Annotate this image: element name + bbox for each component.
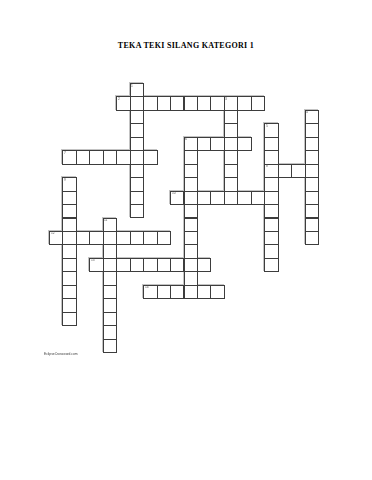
- clue-number: 13: [91, 258, 95, 261]
- crossword-cell[interactable]: [210, 191, 224, 205]
- page-title: TEKA TEKI SILANG KATEGORI 1: [0, 41, 372, 50]
- crossword-cell[interactable]: [157, 258, 171, 272]
- crossword-cell[interactable]: [89, 150, 103, 164]
- crossword-cell[interactable]: [130, 258, 144, 272]
- crossword-cell[interactable]: [305, 231, 319, 245]
- crossword-cell[interactable]: 11: [103, 218, 117, 232]
- crossword-cell[interactable]: [62, 298, 76, 312]
- crossword-cell[interactable]: [157, 231, 171, 245]
- crossword-cell[interactable]: [62, 218, 76, 232]
- crossword-cell[interactable]: 1: [130, 83, 144, 97]
- crossword-cell[interactable]: [278, 164, 292, 178]
- crossword-cell[interactable]: [291, 164, 305, 178]
- crossword-cell[interactable]: [62, 231, 76, 245]
- crossword-cell[interactable]: [116, 258, 130, 272]
- crossword-cell[interactable]: [305, 137, 319, 151]
- crossword-cell[interactable]: [184, 285, 198, 299]
- crossword-cell[interactable]: [210, 285, 224, 299]
- crossword-cell[interactable]: [62, 204, 76, 218]
- crossword-cell[interactable]: [76, 150, 90, 164]
- crossword-cell[interactable]: [103, 285, 117, 299]
- crossword-cell[interactable]: [197, 258, 211, 272]
- crossword-cell[interactable]: [157, 96, 171, 110]
- clue-number: 4: [306, 110, 308, 113]
- clue-number: 6: [185, 137, 187, 140]
- crossword-cell[interactable]: [184, 204, 198, 218]
- clue-number: 3: [225, 97, 227, 100]
- crossword-cell[interactable]: [103, 339, 117, 353]
- crossword-cell[interactable]: 5: [264, 123, 278, 137]
- crossword-cell[interactable]: 7: [62, 150, 76, 164]
- crossword-cell[interactable]: [184, 244, 198, 258]
- crossword-cell[interactable]: [264, 204, 278, 218]
- crossword-cell[interactable]: [62, 271, 76, 285]
- crossword-cell[interactable]: 12: [49, 231, 63, 245]
- crossword-cell[interactable]: [224, 191, 238, 205]
- crossword-cell[interactable]: 6: [184, 137, 198, 151]
- clue-number: 5: [266, 124, 268, 127]
- crossword-cell[interactable]: [264, 150, 278, 164]
- crossword-cell[interactable]: [170, 258, 184, 272]
- clue-number: 7: [64, 151, 66, 154]
- crossword-cell[interactable]: [184, 271, 198, 285]
- crossword-cell[interactable]: 10: [170, 191, 184, 205]
- crossword-cell[interactable]: [264, 191, 278, 205]
- crossword-cell[interactable]: [143, 96, 157, 110]
- crossword-cell[interactable]: [184, 258, 198, 272]
- crossword-cell[interactable]: 2: [116, 96, 130, 110]
- crossword-cell[interactable]: [62, 285, 76, 299]
- crossword-cell[interactable]: 3: [224, 96, 238, 110]
- crossword-cell[interactable]: [130, 191, 144, 205]
- crossword-cell[interactable]: [184, 164, 198, 178]
- crossword-cell[interactable]: [184, 231, 198, 245]
- clue-number: 9: [64, 178, 66, 181]
- crossword-cell[interactable]: [305, 164, 319, 178]
- crossword-cell[interactable]: [251, 96, 265, 110]
- clue-number: 1: [131, 84, 133, 87]
- clue-number: 2: [118, 97, 120, 100]
- crossword-cell[interactable]: [305, 218, 319, 232]
- crossword-cell[interactable]: [130, 137, 144, 151]
- crossword-cell[interactable]: [130, 110, 144, 124]
- crossword-cell[interactable]: [305, 150, 319, 164]
- crossword-cell[interactable]: [170, 285, 184, 299]
- crossword-cell[interactable]: [184, 150, 198, 164]
- crossword-cell[interactable]: [130, 123, 144, 137]
- crossword-cell[interactable]: [184, 177, 198, 191]
- crossword-cell[interactable]: [103, 231, 117, 245]
- crossword-cell[interactable]: [130, 204, 144, 218]
- crossword-cell[interactable]: [103, 258, 117, 272]
- clue-number: 14: [145, 285, 149, 288]
- crossword-cell[interactable]: [103, 271, 117, 285]
- crossword-cell[interactable]: [116, 150, 130, 164]
- crossword-cell[interactable]: [305, 204, 319, 218]
- attribution-text: EclipseCrossword.com: [44, 352, 78, 355]
- crossword-cell[interactable]: [264, 258, 278, 272]
- crossword-cell[interactable]: [224, 150, 238, 164]
- crossword-cell[interactable]: [197, 191, 211, 205]
- clue-number: 10: [172, 191, 176, 194]
- crossword-cell[interactable]: [62, 258, 76, 272]
- clue-number: 12: [51, 231, 55, 234]
- crossword-cell[interactable]: [130, 150, 144, 164]
- crossword-cell[interactable]: [224, 110, 238, 124]
- crossword-cell[interactable]: [237, 191, 251, 205]
- crossword-cell[interactable]: [264, 177, 278, 191]
- crossword-cell[interactable]: [62, 244, 76, 258]
- crossword-cell[interactable]: [264, 244, 278, 258]
- crossword-cell[interactable]: [224, 164, 238, 178]
- crossword-cell[interactable]: [305, 191, 319, 205]
- crossword-cell[interactable]: [130, 96, 144, 110]
- crossword-cell[interactable]: [264, 137, 278, 151]
- crossword-cell[interactable]: [143, 150, 157, 164]
- crossword-cell[interactable]: [224, 177, 238, 191]
- crossword-cell[interactable]: [210, 96, 224, 110]
- crossword-cell[interactable]: [224, 123, 238, 137]
- crossword-cell[interactable]: [76, 231, 90, 245]
- crossword-cell[interactable]: [130, 231, 144, 245]
- crossword-cell[interactable]: [130, 164, 144, 178]
- crossword-cell[interactable]: [103, 325, 117, 339]
- crossword-cell[interactable]: [197, 285, 211, 299]
- crossword-cell[interactable]: [184, 96, 198, 110]
- crossword-cell[interactable]: [116, 231, 130, 245]
- clue-number: 8: [266, 164, 268, 167]
- crossword-cell[interactable]: 13: [89, 258, 103, 272]
- crossword-cell[interactable]: 9: [62, 177, 76, 191]
- crossword-cell[interactable]: [264, 218, 278, 232]
- crossword-cell[interactable]: [103, 150, 117, 164]
- crossword-board: 1234567891011121314: [49, 83, 321, 355]
- crossword-cell[interactable]: [184, 218, 198, 232]
- crossword-cell[interactable]: [170, 96, 184, 110]
- crossword-cell[interactable]: [62, 191, 76, 205]
- crossword-cell[interactable]: [224, 137, 238, 151]
- crossword-cell[interactable]: [130, 177, 144, 191]
- crossword-cell[interactable]: [89, 231, 103, 245]
- crossword-cell[interactable]: [103, 244, 117, 258]
- crossword-cell[interactable]: 8: [264, 164, 278, 178]
- crossword-cell[interactable]: [210, 137, 224, 151]
- clue-number: 11: [104, 218, 107, 221]
- crossword-cell[interactable]: [305, 177, 319, 191]
- crossword-cell[interactable]: [143, 231, 157, 245]
- crossword-cell[interactable]: 4: [305, 110, 319, 124]
- crossword-cell[interactable]: [197, 96, 211, 110]
- crossword-cell[interactable]: [237, 137, 251, 151]
- crossword-cell[interactable]: [237, 96, 251, 110]
- crossword-cell[interactable]: [103, 298, 117, 312]
- crossword-cell[interactable]: [251, 191, 265, 205]
- crossword-cell[interactable]: 14: [143, 285, 157, 299]
- crossword-cell[interactable]: [157, 285, 171, 299]
- crossword-cell[interactable]: [184, 191, 198, 205]
- crossword-cell[interactable]: [103, 312, 117, 326]
- crossword-cell[interactable]: [197, 137, 211, 151]
- crossword-cell[interactable]: [264, 231, 278, 245]
- crossword-cell[interactable]: [305, 123, 319, 137]
- crossword-cell[interactable]: [62, 312, 76, 326]
- crossword-cell[interactable]: [143, 258, 157, 272]
